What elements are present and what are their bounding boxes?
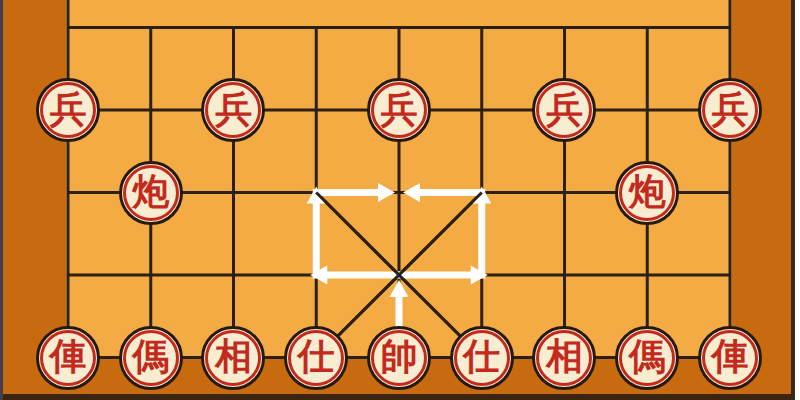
- board-point-b2[interactable]: [109, 234, 192, 317]
- board-point-f2[interactable]: [440, 234, 523, 317]
- board-point-b3[interactable]: 炮: [109, 151, 192, 234]
- board-point-a2[interactable]: [27, 234, 110, 317]
- piece-red-soldier-c4[interactable]: 兵: [201, 78, 265, 142]
- board-point-a5[interactable]: [27, 0, 110, 69]
- piece-red-chariot-a1[interactable]: 俥: [36, 326, 100, 390]
- piece-red-horse-h1[interactable]: 傌: [615, 326, 679, 390]
- board-point-f1[interactable]: 仕: [440, 316, 523, 399]
- board-point-d2[interactable]: [275, 234, 358, 317]
- board-point-c3[interactable]: [192, 151, 275, 234]
- board-point-b4[interactable]: [109, 69, 192, 152]
- piece-glyph: 帥: [380, 338, 417, 375]
- board-point-d5[interactable]: [275, 0, 358, 69]
- board-point-e2[interactable]: [358, 234, 441, 317]
- piece-red-chariot-i1[interactable]: 俥: [698, 326, 762, 390]
- piece-red-elephant-g1[interactable]: 相: [532, 326, 596, 390]
- piece-glyph: 兵: [49, 91, 86, 128]
- piece-glyph: 兵: [215, 91, 252, 128]
- board-right-edge: [791, 0, 795, 400]
- piece-red-advisor-f1[interactable]: 仕: [450, 326, 514, 390]
- board-point-g2[interactable]: [523, 234, 606, 317]
- board-point-c1[interactable]: 相: [192, 316, 275, 399]
- board-point-a3[interactable]: [27, 151, 110, 234]
- piece-red-soldier-g4[interactable]: 兵: [532, 78, 596, 142]
- board-point-h1[interactable]: 傌: [606, 316, 689, 399]
- board-point-d1[interactable]: 仕: [275, 316, 358, 399]
- board-point-i1[interactable]: 俥: [689, 316, 772, 399]
- piece-red-cannon-h3[interactable]: 炮: [615, 161, 679, 225]
- piece-glyph: 炮: [629, 173, 666, 210]
- board-point-i4[interactable]: 兵: [689, 69, 772, 152]
- piece-glyph: 兵: [711, 91, 748, 128]
- board-point-b5[interactable]: [109, 0, 192, 69]
- board-point-f3[interactable]: [440, 151, 523, 234]
- board-point-h3[interactable]: 炮: [606, 151, 689, 234]
- piece-red-soldier-e4[interactable]: 兵: [367, 78, 431, 142]
- piece-red-soldier-a4[interactable]: 兵: [36, 78, 100, 142]
- piece-glyph: 兵: [380, 91, 417, 128]
- piece-glyph: 傌: [132, 338, 169, 375]
- board-point-g4[interactable]: 兵: [523, 69, 606, 152]
- board-point-i5[interactable]: [689, 0, 772, 69]
- board-point-a1[interactable]: 俥: [27, 316, 110, 399]
- board-point-g3[interactable]: [523, 151, 606, 234]
- board-point-g5[interactable]: [523, 0, 606, 69]
- piece-glyph: 俥: [49, 338, 86, 375]
- piece-glyph: 兵: [546, 91, 583, 128]
- board-point-c2[interactable]: [192, 234, 275, 317]
- piece-red-soldier-i4[interactable]: 兵: [698, 78, 762, 142]
- piece-glyph: 炮: [132, 173, 169, 210]
- board-point-d4[interactable]: [275, 69, 358, 152]
- board-point-d3[interactable]: [275, 151, 358, 234]
- board-point-i2[interactable]: [689, 234, 772, 317]
- board-point-e3[interactable]: [358, 151, 441, 234]
- xiangqi-board: 兵兵兵兵兵炮炮俥傌相仕帥仕相傌俥: [0, 0, 800, 400]
- piece-red-cannon-b3[interactable]: 炮: [119, 161, 183, 225]
- piece-glyph: 相: [546, 338, 583, 375]
- piece-glyph: 相: [215, 338, 252, 375]
- board-point-i3[interactable]: [689, 151, 772, 234]
- piece-red-general-e1[interactable]: 帥: [367, 326, 431, 390]
- piece-red-elephant-c1[interactable]: 相: [201, 326, 265, 390]
- piece-red-horse-b1[interactable]: 傌: [119, 326, 183, 390]
- piece-red-advisor-d1[interactable]: 仕: [284, 326, 348, 390]
- board-point-e1[interactable]: 帥: [358, 316, 441, 399]
- board-point-f5[interactable]: [440, 0, 523, 69]
- board-point-h4[interactable]: [606, 69, 689, 152]
- piece-glyph: 仕: [463, 338, 500, 375]
- piece-glyph: 傌: [629, 338, 666, 375]
- board-grid: 兵兵兵兵兵炮炮俥傌相仕帥仕相傌俥: [27, 0, 772, 399]
- board-point-c4[interactable]: 兵: [192, 69, 275, 152]
- board-point-h5[interactable]: [606, 0, 689, 69]
- board-point-g1[interactable]: 相: [523, 316, 606, 399]
- piece-glyph: 仕: [298, 338, 335, 375]
- piece-glyph: 俥: [711, 338, 748, 375]
- board-point-c5[interactable]: [192, 0, 275, 69]
- board-point-e5[interactable]: [358, 0, 441, 69]
- board-point-e4[interactable]: 兵: [358, 69, 441, 152]
- board-point-b1[interactable]: 傌: [109, 316, 192, 399]
- board-point-h2[interactable]: [606, 234, 689, 317]
- board-point-a4[interactable]: 兵: [27, 69, 110, 152]
- board-point-f4[interactable]: [440, 69, 523, 152]
